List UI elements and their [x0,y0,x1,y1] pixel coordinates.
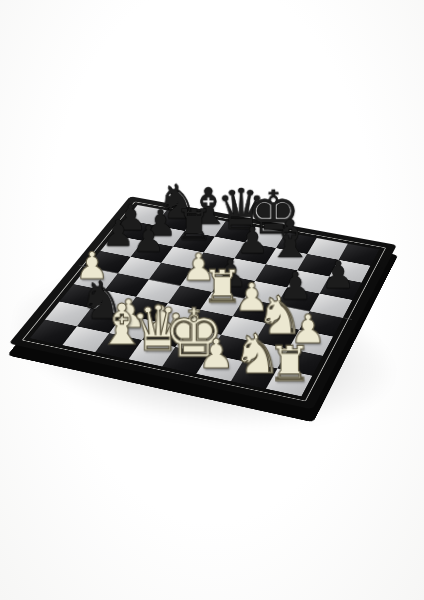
white-knight-icon: ♞ [232,328,269,381]
black-rook-icon: ♜ [174,205,207,246]
white-rook-icon: ♜ [267,342,304,389]
white-bishop-icon: ♝ [97,299,133,352]
product-photo: ♞♝♛♚♟♟♜♟♝♟♟♟♟♟♟♟♜♟♞♟♞♟♟♟♝♛♚♟♞♜ [0,0,424,600]
black-bishop-icon: ♝ [267,215,300,264]
pieces-layer: ♞♝♛♚♟♟♜♟♝♟♟♟♟♟♟♟♜♟♞♟♞♟♟♟♝♛♚♟♞♜ [30,205,379,396]
white-pawn-icon: ♟ [198,335,235,374]
white-king-icon: ♚ [164,302,200,366]
black-pawn-icon: ♟ [321,257,355,293]
black-pawn-icon: ♟ [132,222,165,257]
white-queen-icon: ♛ [130,299,166,359]
